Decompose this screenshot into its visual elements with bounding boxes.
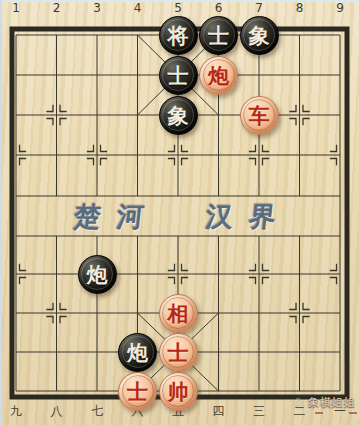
watermark: ♘ 象棋姐姐 (293, 395, 356, 410)
piece-black-elephant[interactable]: 象 (159, 96, 198, 135)
piece-red-advisor[interactable]: 士 (118, 372, 157, 411)
piece-black-advisor[interactable]: 士 (199, 16, 238, 55)
piece-red-cannon[interactable]: 炮 (199, 56, 238, 95)
piece-black-cannon[interactable]: 炮 (118, 333, 157, 372)
piece-black-advisor[interactable]: 士 (159, 56, 198, 95)
watermark-dash (315, 412, 323, 414)
piece-layer: 将士象士炮象车炮相炮士士帅 (0, 15, 359, 411)
watermark-text: 象棋姐姐 (308, 395, 356, 410)
file-label-top-3: 3 (93, 1, 101, 15)
file-label-top-5: 5 (174, 1, 182, 15)
knight-piece-icon: ♘ (293, 395, 305, 410)
file-label-top-1: 1 (12, 1, 20, 15)
piece-red-chariot[interactable]: 车 (240, 96, 279, 135)
piece-black-general[interactable]: 将 (159, 16, 198, 55)
file-label-top-4: 4 (134, 1, 142, 15)
piece-red-elephant[interactable]: 相 (159, 294, 198, 333)
piece-red-advisor[interactable]: 士 (159, 333, 198, 372)
xiangqi-board: 123456789 九八七六五四三二一 楚河 汉界 将士象士炮象车炮相炮士士帅 … (0, 0, 359, 425)
file-label-top-2: 2 (53, 1, 61, 15)
piece-red-general[interactable]: 帅 (159, 372, 198, 411)
file-label-top-6: 6 (215, 1, 223, 15)
file-label-top-8: 8 (296, 1, 304, 15)
piece-black-elephant[interactable]: 象 (240, 16, 279, 55)
file-label-top-7: 7 (255, 1, 263, 15)
piece-black-cannon[interactable]: 炮 (78, 255, 117, 294)
watermark-dash (349, 412, 357, 414)
file-label-top-9: 9 (336, 1, 344, 15)
